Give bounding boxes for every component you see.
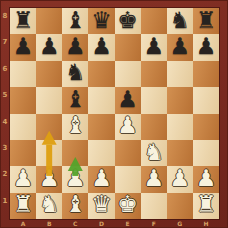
piece-black-pawn-a7[interactable]: ♟: [13, 35, 34, 58]
rank-label-4: 4: [1, 114, 9, 140]
rank-label-6: 6: [1, 61, 9, 87]
square-b8[interactable]: [36, 8, 62, 34]
piece-white-pawn-b2[interactable]: ♟: [39, 167, 60, 190]
square-h8[interactable]: ♜: [193, 8, 219, 34]
square-a8[interactable]: ♜: [10, 8, 36, 34]
square-b7[interactable]: ♟: [36, 34, 62, 60]
square-a2[interactable]: ♟: [10, 166, 36, 192]
file-label-f: F: [141, 219, 167, 228]
square-a4[interactable]: [10, 114, 36, 140]
square-g4[interactable]: [167, 114, 193, 140]
piece-black-knight-g8[interactable]: ♞: [170, 9, 191, 32]
square-b1[interactable]: ♞: [36, 193, 62, 219]
square-g3[interactable]: [167, 140, 193, 166]
square-f6[interactable]: [141, 61, 167, 87]
piece-black-bishop-c8[interactable]: ♝: [65, 9, 86, 32]
square-b4[interactable]: [36, 114, 62, 140]
piece-black-pawn-d7[interactable]: ♟: [91, 35, 112, 58]
piece-white-pawn-a2[interactable]: ♟: [13, 167, 34, 190]
piece-white-bishop-c4[interactable]: ♝: [65, 114, 86, 137]
square-c6[interactable]: ♞: [62, 61, 88, 87]
square-e4[interactable]: ♟: [115, 114, 141, 140]
square-h4[interactable]: [193, 114, 219, 140]
square-f3[interactable]: ♞: [141, 140, 167, 166]
square-b5[interactable]: [36, 87, 62, 113]
square-d1[interactable]: ♛: [88, 193, 114, 219]
square-a1[interactable]: ♜: [10, 193, 36, 219]
square-g2[interactable]: ♟: [167, 166, 193, 192]
square-c1[interactable]: ♝: [62, 193, 88, 219]
piece-black-rook-a8[interactable]: ♜: [13, 9, 34, 32]
square-h3[interactable]: [193, 140, 219, 166]
square-a6[interactable]: [10, 61, 36, 87]
square-d7[interactable]: ♟: [88, 34, 114, 60]
piece-black-king-e8[interactable]: ♚: [117, 9, 138, 32]
square-d4[interactable]: [88, 114, 114, 140]
chessboard-frame: ♜♝♛♚♞♜♟♟♟♟♟♟♟♞♝♟♝♟♞♟♟♟♟♟♟♟♜♞♝♛♚♜ 8765432…: [0, 0, 228, 228]
square-g5[interactable]: [167, 87, 193, 113]
square-d3[interactable]: [88, 140, 114, 166]
square-e2[interactable]: [115, 166, 141, 192]
square-h1[interactable]: ♜: [193, 193, 219, 219]
piece-black-rook-h8[interactable]: ♜: [196, 9, 217, 32]
square-b2[interactable]: ♟: [36, 166, 62, 192]
square-c4[interactable]: ♝: [62, 114, 88, 140]
piece-black-queen-d8[interactable]: ♛: [91, 9, 112, 32]
rank-label-5: 5: [1, 87, 9, 113]
piece-white-queen-d1[interactable]: ♛: [91, 193, 112, 216]
square-f5[interactable]: [141, 87, 167, 113]
file-label-h: H: [193, 219, 219, 228]
square-h2[interactable]: ♟: [193, 166, 219, 192]
square-d2[interactable]: ♟: [88, 166, 114, 192]
square-f2[interactable]: ♟: [141, 166, 167, 192]
piece-white-pawn-e4[interactable]: ♟: [117, 114, 138, 137]
square-c8[interactable]: ♝: [62, 8, 88, 34]
square-c3[interactable]: [62, 140, 88, 166]
piece-white-rook-h1[interactable]: ♜: [196, 193, 217, 216]
board: ♜♝♛♚♞♜♟♟♟♟♟♟♟♞♝♟♝♟♞♟♟♟♟♟♟♟♜♞♝♛♚♜: [10, 8, 219, 219]
square-d8[interactable]: ♛: [88, 8, 114, 34]
file-label-b: B: [36, 219, 62, 228]
square-e8[interactable]: ♚: [115, 8, 141, 34]
file-label-g: G: [167, 219, 193, 228]
square-a5[interactable]: [10, 87, 36, 113]
square-g1[interactable]: [167, 193, 193, 219]
square-b3[interactable]: [36, 140, 62, 166]
rank-label-3: 3: [1, 140, 9, 166]
file-label-c: C: [62, 219, 88, 228]
square-h7[interactable]: ♟: [193, 34, 219, 60]
piece-white-bishop-c1[interactable]: ♝: [65, 193, 86, 216]
square-g6[interactable]: [167, 61, 193, 87]
square-f1[interactable]: [141, 193, 167, 219]
rank-label-2: 2: [1, 166, 9, 192]
rank-label-7: 7: [1, 34, 9, 60]
square-e6[interactable]: [115, 61, 141, 87]
square-g8[interactable]: ♞: [167, 8, 193, 34]
piece-white-king-e1[interactable]: ♚: [117, 193, 138, 216]
square-h6[interactable]: [193, 61, 219, 87]
piece-black-pawn-f7[interactable]: ♟: [143, 35, 164, 58]
piece-black-pawn-h7[interactable]: ♟: [196, 35, 217, 58]
square-a3[interactable]: [10, 140, 36, 166]
piece-white-knight-b1[interactable]: ♞: [39, 193, 60, 216]
piece-black-pawn-g7[interactable]: ♟: [170, 35, 191, 58]
piece-white-pawn-f2[interactable]: ♟: [143, 167, 164, 190]
square-f4[interactable]: [141, 114, 167, 140]
rank-label-8: 8: [1, 8, 9, 34]
square-c7[interactable]: ♟: [62, 34, 88, 60]
square-h5[interactable]: [193, 87, 219, 113]
square-d6[interactable]: [88, 61, 114, 87]
square-a7[interactable]: ♟: [10, 34, 36, 60]
square-f7[interactable]: ♟: [141, 34, 167, 60]
square-d5[interactable]: [88, 87, 114, 113]
piece-black-bishop-c5[interactable]: ♝: [65, 88, 86, 111]
piece-black-pawn-c7[interactable]: ♟: [65, 35, 86, 58]
piece-white-knight-f3[interactable]: ♞: [143, 141, 164, 164]
piece-black-knight-c6[interactable]: ♞: [65, 61, 86, 84]
square-c5[interactable]: ♝: [62, 87, 88, 113]
square-e7[interactable]: [115, 34, 141, 60]
piece-white-rook-a1[interactable]: ♜: [13, 193, 34, 216]
square-b6[interactable]: [36, 61, 62, 87]
file-label-e: E: [115, 219, 141, 228]
square-e1[interactable]: ♚: [115, 193, 141, 219]
piece-black-pawn-b7[interactable]: ♟: [39, 35, 60, 58]
file-label-d: D: [88, 219, 114, 228]
piece-white-pawn-d2[interactable]: ♟: [91, 167, 112, 190]
square-c2[interactable]: ♟: [62, 166, 88, 192]
rank-label-1: 1: [1, 193, 9, 219]
piece-black-pawn-e5[interactable]: ♟: [117, 88, 138, 111]
piece-white-pawn-c2[interactable]: ♟: [65, 167, 86, 190]
square-f8[interactable]: [141, 8, 167, 34]
file-label-a: A: [10, 219, 36, 228]
square-g7[interactable]: ♟: [167, 34, 193, 60]
square-e3[interactable]: [115, 140, 141, 166]
piece-white-pawn-g2[interactable]: ♟: [170, 167, 191, 190]
square-e5[interactable]: ♟: [115, 87, 141, 113]
piece-white-pawn-h2[interactable]: ♟: [196, 167, 217, 190]
